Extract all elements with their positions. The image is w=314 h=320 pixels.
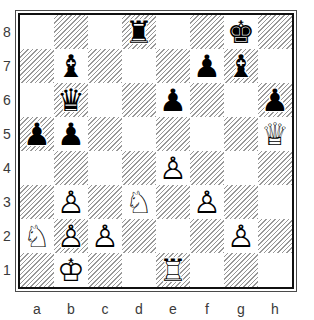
white-queen-icon: ♕ [258, 117, 292, 151]
white-pawn-icon: ♙ [224, 219, 258, 253]
file-label-b: b [54, 301, 88, 317]
rank-label-2: 2 [0, 219, 14, 253]
square-g7[interactable]: ♝♝ [224, 49, 258, 83]
board-inner-border: ♜♜♚♚♝♝♟♟♝♝♛♛♟♟♟♟♟♟♟♟♛♕♟♙♟♙♞♘♟♙♞♘♟♙♟♙♟♙♚♔… [18, 13, 294, 289]
square-g4[interactable] [224, 151, 258, 185]
piece-white-pawn-e4[interactable]: ♟♙ [156, 151, 190, 185]
square-d5[interactable] [122, 117, 156, 151]
rank-label-7: 7 [0, 49, 14, 83]
piece-white-knight-a2[interactable]: ♞♘ [20, 219, 54, 253]
file-labels: abcdefgh [20, 301, 292, 317]
square-g1[interactable] [224, 253, 258, 287]
square-c3[interactable] [88, 185, 122, 219]
piece-white-pawn-b3[interactable]: ♟♙ [54, 185, 88, 219]
square-c4[interactable] [88, 151, 122, 185]
piece-black-pawn-f7[interactable]: ♟♟ [190, 49, 224, 83]
white-knight-icon: ♘ [20, 219, 54, 253]
square-a1[interactable] [20, 253, 54, 287]
white-pawn-icon: ♙ [156, 151, 190, 185]
square-g2[interactable]: ♟♙ [224, 219, 258, 253]
black-queen-icon: ♛ [54, 83, 88, 117]
square-e5[interactable] [156, 117, 190, 151]
black-king-icon: ♚ [224, 15, 258, 49]
black-pawn-icon: ♟ [258, 83, 292, 117]
square-d7[interactable] [122, 49, 156, 83]
square-b1[interactable]: ♚♔ [54, 253, 88, 287]
square-e7[interactable] [156, 49, 190, 83]
square-h1[interactable] [258, 253, 292, 287]
square-g5[interactable] [224, 117, 258, 151]
white-king-icon: ♔ [54, 253, 88, 287]
square-g8[interactable]: ♚♚ [224, 15, 258, 49]
file-label-a: a [20, 301, 54, 317]
square-e1[interactable]: ♜♖ [156, 253, 190, 287]
file-label-e: e [156, 301, 190, 317]
square-h2[interactable] [258, 219, 292, 253]
square-b3[interactable]: ♟♙ [54, 185, 88, 219]
square-d2[interactable] [122, 219, 156, 253]
square-a2[interactable]: ♞♘ [20, 219, 54, 253]
file-label-d: d [122, 301, 156, 317]
square-g6[interactable] [224, 83, 258, 117]
piece-white-pawn-c2[interactable]: ♟♙ [88, 219, 122, 253]
piece-black-pawn-b5[interactable]: ♟♟ [54, 117, 88, 151]
piece-black-pawn-a5[interactable]: ♟♟ [20, 117, 54, 151]
square-b8[interactable] [54, 15, 88, 49]
piece-white-knight-d3[interactable]: ♞♘ [122, 185, 156, 219]
piece-black-bishop-g7[interactable]: ♝♝ [224, 49, 258, 83]
square-f3[interactable]: ♟♙ [190, 185, 224, 219]
square-d4[interactable] [122, 151, 156, 185]
square-f5[interactable] [190, 117, 224, 151]
rank-label-3: 3 [0, 185, 14, 219]
square-d6[interactable] [122, 83, 156, 117]
square-e6[interactable]: ♟♟ [156, 83, 190, 117]
square-a8[interactable] [20, 15, 54, 49]
piece-white-pawn-b2[interactable]: ♟♙ [54, 219, 88, 253]
square-b5[interactable]: ♟♟ [54, 117, 88, 151]
square-b4[interactable] [54, 151, 88, 185]
chess-board: ♜♜♚♚♝♝♟♟♝♝♛♛♟♟♟♟♟♟♟♟♛♕♟♙♟♙♞♘♟♙♞♘♟♙♟♙♟♙♚♔… [20, 15, 292, 287]
square-h4[interactable] [258, 151, 292, 185]
white-pawn-icon: ♙ [88, 219, 122, 253]
piece-white-rook-e1[interactable]: ♜♖ [156, 253, 190, 287]
black-bishop-icon: ♝ [224, 49, 258, 83]
square-d3[interactable]: ♞♘ [122, 185, 156, 219]
rank-label-1: 1 [0, 253, 14, 287]
board-frame: ♜♜♚♚♝♝♟♟♝♝♛♛♟♟♟♟♟♟♟♟♛♕♟♙♟♙♞♘♟♙♞♘♟♙♟♙♟♙♚♔… [15, 10, 297, 292]
square-d8[interactable]: ♜♜ [122, 15, 156, 49]
file-label-g: g [224, 301, 258, 317]
file-label-c: c [88, 301, 122, 317]
square-f4[interactable] [190, 151, 224, 185]
piece-black-pawn-h6[interactable]: ♟♟ [258, 83, 292, 117]
square-f1[interactable] [190, 253, 224, 287]
white-pawn-icon: ♙ [190, 185, 224, 219]
square-e3[interactable] [156, 185, 190, 219]
piece-black-king-g8[interactable]: ♚♚ [224, 15, 258, 49]
square-h8[interactable] [258, 15, 292, 49]
square-c7[interactable] [88, 49, 122, 83]
piece-white-king-b1[interactable]: ♚♔ [54, 253, 88, 287]
square-h6[interactable]: ♟♟ [258, 83, 292, 117]
black-pawn-icon: ♟ [156, 83, 190, 117]
square-c6[interactable] [88, 83, 122, 117]
square-g3[interactable] [224, 185, 258, 219]
square-h5[interactable]: ♛♕ [258, 117, 292, 151]
piece-white-pawn-f3[interactable]: ♟♙ [190, 185, 224, 219]
square-b6[interactable]: ♛♛ [54, 83, 88, 117]
square-h3[interactable] [258, 185, 292, 219]
square-a7[interactable] [20, 49, 54, 83]
square-c2[interactable]: ♟♙ [88, 219, 122, 253]
square-a3[interactable] [20, 185, 54, 219]
square-c1[interactable] [88, 253, 122, 287]
file-label-h: h [258, 301, 292, 317]
square-f6[interactable] [190, 83, 224, 117]
square-b7[interactable]: ♝♝ [54, 49, 88, 83]
piece-black-rook-d8[interactable]: ♜♜ [122, 15, 156, 49]
file-label-f: f [190, 301, 224, 317]
square-a4[interactable] [20, 151, 54, 185]
square-h7[interactable] [258, 49, 292, 83]
square-b2[interactable]: ♟♙ [54, 219, 88, 253]
square-e4[interactable]: ♟♙ [156, 151, 190, 185]
white-pawn-icon: ♙ [54, 219, 88, 253]
square-f8[interactable] [190, 15, 224, 49]
square-a5[interactable]: ♟♟ [20, 117, 54, 151]
square-f7[interactable]: ♟♟ [190, 49, 224, 83]
white-rook-icon: ♖ [156, 253, 190, 287]
black-pawn-icon: ♟ [20, 117, 54, 151]
black-pawn-icon: ♟ [54, 117, 88, 151]
black-bishop-icon: ♝ [54, 49, 88, 83]
piece-black-bishop-b7[interactable]: ♝♝ [54, 49, 88, 83]
square-e2[interactable] [156, 219, 190, 253]
black-rook-icon: ♜ [122, 15, 156, 49]
square-c8[interactable] [88, 15, 122, 49]
black-pawn-icon: ♟ [190, 49, 224, 83]
rank-label-5: 5 [0, 117, 14, 151]
rank-label-8: 8 [0, 15, 14, 49]
piece-black-queen-b6[interactable]: ♛♛ [54, 83, 88, 117]
rank-label-4: 4 [0, 151, 14, 185]
piece-black-pawn-e6[interactable]: ♟♟ [156, 83, 190, 117]
piece-white-pawn-g2[interactable]: ♟♙ [224, 219, 258, 253]
square-c5[interactable] [88, 117, 122, 151]
square-f2[interactable] [190, 219, 224, 253]
chess-diagram: 87654321 ♜♜♚♚♝♝♟♟♝♝♛♛♟♟♟♟♟♟♟♟♛♕♟♙♟♙♞♘♟♙♞… [0, 0, 314, 320]
rank-label-6: 6 [0, 83, 14, 117]
rank-labels: 87654321 [0, 15, 14, 287]
piece-white-queen-h5[interactable]: ♛♕ [258, 117, 292, 151]
square-d1[interactable] [122, 253, 156, 287]
square-e8[interactable] [156, 15, 190, 49]
square-a6[interactable] [20, 83, 54, 117]
white-pawn-icon: ♙ [54, 185, 88, 219]
white-knight-icon: ♘ [122, 185, 156, 219]
